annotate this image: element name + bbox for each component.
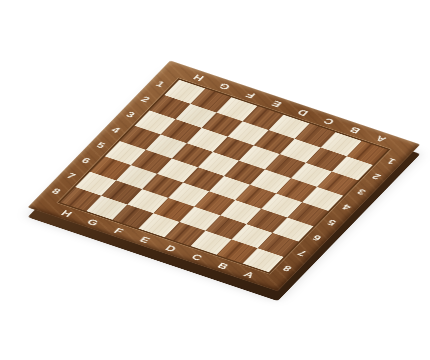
coordinate-label-top-H: H (191, 73, 206, 82)
square-b7[interactable] (232, 224, 273, 248)
square-f6[interactable] (142, 174, 183, 198)
coordinate-label-right-2: 2 (370, 172, 383, 181)
playing-field (58, 78, 391, 274)
coordinate-label-bottom-B: B (216, 261, 231, 270)
coordinate-label-left-3: 3 (124, 110, 137, 119)
coordinate-label-right-7: 7 (296, 249, 309, 258)
coordinate-label-top-F: F (244, 91, 257, 100)
coordinate-label-left-1: 1 (154, 79, 167, 88)
square-c5[interactable] (235, 185, 276, 209)
square-c6[interactable] (220, 200, 261, 224)
square-d5[interactable] (209, 176, 250, 200)
square-b6[interactable] (246, 209, 287, 233)
square-c7[interactable] (205, 215, 246, 239)
square-h8[interactable] (60, 187, 101, 211)
square-g7[interactable] (101, 180, 142, 204)
board-frame: HH11GG22FF33EE44DD55CC66BB77AA88 (28, 61, 421, 292)
square-a8[interactable] (243, 248, 284, 272)
product-photo-background: HH11GG22FF33EE44DD55CC66BB77AA88 (0, 0, 430, 360)
square-f8[interactable] (112, 204, 153, 228)
coordinate-label-right-8: 8 (281, 264, 294, 273)
coordinate-label-top-E: E (270, 99, 284, 108)
coordinate-label-right-5: 5 (326, 218, 339, 227)
square-e8[interactable] (138, 213, 179, 237)
coordinate-label-left-2: 2 (139, 95, 152, 104)
coordinate-label-right-1: 1 (385, 157, 398, 166)
square-b8[interactable] (217, 239, 258, 263)
coordinate-label-left-7: 7 (65, 171, 78, 180)
coordinate-label-bottom-E: E (138, 235, 152, 244)
coordinate-label-top-G: G (217, 81, 232, 91)
coordinate-label-top-D: D (296, 108, 311, 117)
square-a6[interactable] (272, 218, 313, 242)
square-e7[interactable] (153, 198, 194, 222)
coordinate-label-bottom-G: G (85, 217, 100, 227)
coordinate-label-bottom-D: D (164, 244, 179, 253)
coordinate-label-right-3: 3 (355, 187, 368, 196)
coordinate-label-bottom-C: C (190, 252, 205, 261)
square-b4[interactable] (276, 178, 317, 202)
coordinate-label-left-8: 8 (50, 187, 63, 196)
coordinate-label-top-A: A (374, 134, 389, 143)
coordinate-label-top-B: B (348, 125, 363, 134)
square-a7[interactable] (258, 233, 299, 257)
square-a4[interactable] (302, 187, 343, 211)
coordinate-label-left-5: 5 (95, 141, 108, 150)
coordinate-label-bottom-A: A (242, 270, 257, 279)
square-e6[interactable] (168, 183, 209, 207)
coordinate-label-left-4: 4 (110, 125, 123, 134)
coordinate-label-right-6: 6 (311, 233, 324, 242)
square-f7[interactable] (127, 189, 168, 213)
square-b5[interactable] (261, 193, 302, 217)
square-d8[interactable] (165, 222, 206, 246)
square-a5[interactable] (287, 202, 328, 226)
coordinate-label-right-4: 4 (341, 203, 354, 212)
coordinate-label-bottom-H: H (60, 209, 75, 218)
coordinate-label-top-C: C (322, 117, 337, 126)
coordinate-label-bottom-F: F (112, 226, 125, 235)
coordinate-label-left-6: 6 (80, 156, 93, 165)
square-d7[interactable] (179, 207, 220, 231)
chessboard: HH11GG22FF33EE44DD55CC66BB77AA88 (28, 61, 421, 292)
square-c8[interactable] (191, 231, 232, 255)
chessboard-scene: HH11GG22FF33EE44DD55CC66BB77AA88 (0, 0, 430, 360)
square-d6[interactable] (194, 191, 235, 215)
square-g8[interactable] (86, 196, 127, 220)
